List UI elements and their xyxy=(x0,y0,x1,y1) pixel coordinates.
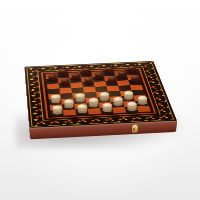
board-top xyxy=(25,61,177,128)
brass-clasp-icon[interactable] xyxy=(131,124,137,133)
photo-background xyxy=(0,0,200,200)
checkers-box xyxy=(25,61,177,128)
